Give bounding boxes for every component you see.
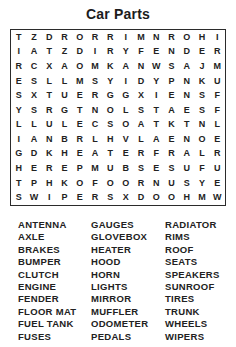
grid-cell: E xyxy=(164,132,179,147)
grid-cell: I xyxy=(149,88,164,103)
grid-cell: C xyxy=(26,59,41,74)
grid-cell: X xyxy=(26,88,41,103)
grid-cell: W xyxy=(149,59,164,74)
grid-cell: O xyxy=(103,176,118,191)
word-item: CLUTCH xyxy=(18,269,91,281)
grid-cell: R xyxy=(11,59,26,74)
word-item: WIPERS xyxy=(165,331,232,343)
grid-cell: Y xyxy=(194,176,209,191)
grid-cell: E xyxy=(179,103,194,118)
word-item: BRAKES xyxy=(18,244,91,256)
grid-cell: K xyxy=(103,59,118,74)
grid-cell: K xyxy=(164,117,179,132)
grid-cell: O xyxy=(118,176,133,191)
grid-cell: E xyxy=(57,161,72,176)
grid-cell: N xyxy=(149,30,164,45)
word-item: SUNROOF xyxy=(165,281,232,293)
grid-cell: L xyxy=(87,132,102,147)
grid-cell: A xyxy=(149,132,164,147)
grid-cell: R xyxy=(103,30,118,45)
grid-cell: N xyxy=(179,88,194,103)
grid-cell: U xyxy=(164,176,179,191)
grid-cell: N xyxy=(164,45,179,60)
grid-cell: T xyxy=(11,176,26,191)
word-item: GAUGES xyxy=(91,219,165,231)
grid-cell: L xyxy=(26,117,41,132)
word-item: AXLE xyxy=(18,231,91,243)
grid-cell: E xyxy=(11,74,26,89)
grid-cell: R xyxy=(57,30,72,45)
grid-cell: E xyxy=(149,45,164,60)
word-item: PEDALS xyxy=(91,331,165,343)
grid-cell: N xyxy=(149,176,164,191)
word-item: RIMS xyxy=(165,231,232,243)
grid-cell: N xyxy=(42,132,57,147)
grid-cell: Y xyxy=(118,45,133,60)
grid-cell: E xyxy=(194,45,209,60)
grid-cell: U xyxy=(42,117,57,132)
grid-cell: M xyxy=(72,74,87,89)
grid-cell: T xyxy=(179,117,194,132)
grid-cell: P xyxy=(164,74,179,89)
grid-cell: G xyxy=(103,88,118,103)
grid-cell: A xyxy=(57,59,72,74)
grid-cell: S xyxy=(103,117,118,132)
word-item: LIGHTS xyxy=(91,281,165,293)
grid-cell: E xyxy=(210,132,225,147)
grid-cell: O xyxy=(103,103,118,118)
grid-cell: R xyxy=(72,132,87,147)
grid-cell: T xyxy=(103,147,118,162)
grid-cell: A xyxy=(164,103,179,118)
grid-cell: H xyxy=(57,147,72,162)
grid-cell: X xyxy=(118,190,133,205)
word-item: HEATER xyxy=(91,244,165,256)
word-item: HORN xyxy=(91,269,165,281)
grid-cell: X xyxy=(133,88,148,103)
grid-cell: I xyxy=(87,45,102,60)
grid-cell: T xyxy=(42,88,57,103)
word-item: RADIATOR xyxy=(165,219,232,231)
grid-cell: R xyxy=(133,176,148,191)
grid-cell: D xyxy=(133,190,148,205)
word-item: MIRROR xyxy=(91,293,165,305)
puzzle-title: Car Parts xyxy=(0,6,236,22)
grid-cell: V xyxy=(118,132,133,147)
grid-cell: Y xyxy=(11,103,26,118)
grid-cell: G xyxy=(57,103,72,118)
grid-cell: K xyxy=(57,176,72,191)
word-item: MUFFLER xyxy=(91,306,165,318)
grid-cell: F xyxy=(210,88,225,103)
grid-cell: U xyxy=(103,161,118,176)
grid-cell: R xyxy=(164,30,179,45)
grid-cell: L xyxy=(57,117,72,132)
grid-cell: E xyxy=(72,147,87,162)
grid-cell: L xyxy=(194,147,209,162)
grid-cell: T xyxy=(149,117,164,132)
word-item: FUEL TANK xyxy=(18,318,91,330)
word-list-column-2: GAUGESGLOVEBOXHEATERHOODHORNLIGHTSMIRROR… xyxy=(91,219,165,343)
grid-cell: Z xyxy=(26,30,41,45)
grid-cell: L xyxy=(57,74,72,89)
grid-cell: E xyxy=(72,117,87,132)
grid-cell: D xyxy=(72,45,87,60)
grid-cell: Z xyxy=(57,45,72,60)
grid-cell: M xyxy=(194,190,209,205)
grid-cell: K xyxy=(42,147,57,162)
grid-cell: B xyxy=(57,132,72,147)
grid-cell: E xyxy=(164,88,179,103)
grid-cell: S xyxy=(133,103,148,118)
grid-cell: E xyxy=(72,190,87,205)
word-item: SEATS xyxy=(165,256,232,268)
grid-cell: E xyxy=(118,147,133,162)
word-item: GLOVEBOX xyxy=(91,231,165,243)
word-item: SPEAKERS xyxy=(165,269,232,281)
grid-cell: M xyxy=(133,30,148,45)
grid-cell: R xyxy=(42,103,57,118)
grid-cell: S xyxy=(133,161,148,176)
word-item: ENGINE xyxy=(18,281,91,293)
grid-cell: O xyxy=(179,30,194,45)
grid-cell: D xyxy=(179,45,194,60)
grid-cell: I xyxy=(118,74,133,89)
grid-cell: S xyxy=(26,103,41,118)
grid-cell: A xyxy=(133,117,148,132)
grid-cell: F xyxy=(149,147,164,162)
grid-cell: I xyxy=(11,132,26,147)
grid-cell: O xyxy=(72,59,87,74)
grid-cell: I xyxy=(42,190,57,205)
grid-cell: L xyxy=(118,103,133,118)
grid-cell: S xyxy=(179,176,194,191)
grid-cell: R xyxy=(210,147,225,162)
grid-cell: F xyxy=(87,176,102,191)
grid-cell: A xyxy=(179,59,194,74)
grid-cell: N xyxy=(194,117,209,132)
grid-cell: Y xyxy=(103,74,118,89)
grid-cell: S xyxy=(11,190,26,205)
grid-cell: A xyxy=(118,59,133,74)
grid-cell: O xyxy=(72,30,87,45)
word-item: ANTENNA xyxy=(18,219,91,231)
grid-cell: N xyxy=(179,74,194,89)
grid-cell: A xyxy=(179,147,194,162)
grid-cell: N xyxy=(179,132,194,147)
grid-cell: X xyxy=(42,59,57,74)
grid-cell: A xyxy=(87,147,102,162)
grid-cell: S xyxy=(26,74,41,89)
word-item: BUMPER xyxy=(18,256,91,268)
grid-cell: M xyxy=(87,161,102,176)
grid-cell: R xyxy=(164,147,179,162)
word-item: TIRES xyxy=(165,293,232,305)
grid-cell: G xyxy=(11,147,26,162)
word-list-column-3: RADIATORRIMSROOFSEATSSPEAKERSSUNROOFTIRE… xyxy=(165,219,232,343)
grid-cell: R xyxy=(87,88,102,103)
grid-cell: M xyxy=(210,59,225,74)
grid-cell: U xyxy=(210,161,225,176)
grid-cell: D xyxy=(42,30,57,45)
grid-cell: I xyxy=(118,30,133,45)
grid-cell: R xyxy=(133,147,148,162)
grid-cell: D xyxy=(26,147,41,162)
grid-cell: T xyxy=(42,45,57,60)
word-item: HOOD xyxy=(91,256,165,268)
grid-cell: P xyxy=(57,190,72,205)
grid-cell: G xyxy=(118,88,133,103)
grid-cell: S xyxy=(164,161,179,176)
grid-cell: H xyxy=(194,30,209,45)
grid-cell: B xyxy=(118,161,133,176)
grid-cell: L xyxy=(42,74,57,89)
word-item: WHEELS xyxy=(165,318,232,330)
grid-cell: O xyxy=(72,176,87,191)
grid-cell: A xyxy=(26,132,41,147)
grid-cell: K xyxy=(194,74,209,89)
word-item: TRUNK xyxy=(165,306,232,318)
grid-cell: L xyxy=(210,117,225,132)
grid-cell: Y xyxy=(149,74,164,89)
grid-cell: S xyxy=(87,74,102,89)
word-item: FUSES xyxy=(18,331,91,343)
grid-cell: R xyxy=(87,190,102,205)
grid-cell: H xyxy=(179,190,194,205)
letter-grid: TZDRORRIMNROHIIATZDIRYFENDERRCXAOMKANWSA… xyxy=(10,29,226,206)
grid-cell: C xyxy=(87,117,102,132)
grid-cell: O xyxy=(149,190,164,205)
grid-cell: R xyxy=(42,161,57,176)
grid-cell: F xyxy=(210,103,225,118)
grid-cell: E xyxy=(210,176,225,191)
grid-cell: H xyxy=(103,132,118,147)
word-list-column-1: ANTENNAAXLEBRAKESBUMPERCLUTCHENGINEFENDE… xyxy=(18,219,91,343)
grid-cell: E xyxy=(149,161,164,176)
grid-cell: N xyxy=(133,59,148,74)
grid-cell: U xyxy=(57,88,72,103)
grid-cell: S xyxy=(194,103,209,118)
grid-cell: E xyxy=(72,88,87,103)
grid-cell: R xyxy=(210,45,225,60)
word-list: ANTENNAAXLEBRAKESBUMPERCLUTCHENGINEFENDE… xyxy=(18,219,232,343)
grid-cell: M xyxy=(87,59,102,74)
grid-cell: W xyxy=(26,190,41,205)
grid-cell: L xyxy=(133,132,148,147)
grid-cell: S xyxy=(164,59,179,74)
grid-cell: H xyxy=(42,176,57,191)
grid-cell: F xyxy=(194,161,209,176)
grid-cell: O xyxy=(194,132,209,147)
grid-cell: D xyxy=(133,74,148,89)
grid-cell: S xyxy=(11,88,26,103)
word-item: ODOMETER xyxy=(91,318,165,330)
grid-cell: R xyxy=(103,45,118,60)
grid-cell: I xyxy=(210,30,225,45)
word-item: FLOOR MAT xyxy=(18,306,91,318)
grid-cell: H xyxy=(11,161,26,176)
word-item: FENDER xyxy=(18,293,91,305)
grid-cell: P xyxy=(26,176,41,191)
grid-cell: S xyxy=(103,190,118,205)
grid-cell: N xyxy=(87,103,102,118)
grid-cell: U xyxy=(210,74,225,89)
grid-cell: I xyxy=(11,45,26,60)
grid-cell: O xyxy=(164,190,179,205)
grid-cell: T xyxy=(72,103,87,118)
grid-cell: L xyxy=(11,117,26,132)
grid-cell: S xyxy=(194,88,209,103)
grid-cell: P xyxy=(72,161,87,176)
grid-cell: U xyxy=(179,161,194,176)
grid-cell: T xyxy=(11,30,26,45)
grid-cell: O xyxy=(118,117,133,132)
grid-cell: E xyxy=(26,161,41,176)
grid-cell: T xyxy=(149,103,164,118)
word-item: ROOF xyxy=(165,244,232,256)
grid-cell: J xyxy=(194,59,209,74)
grid-cell: W xyxy=(210,190,225,205)
grid-cell: R xyxy=(87,30,102,45)
grid-cell: F xyxy=(133,45,148,60)
grid-cell: A xyxy=(26,45,41,60)
